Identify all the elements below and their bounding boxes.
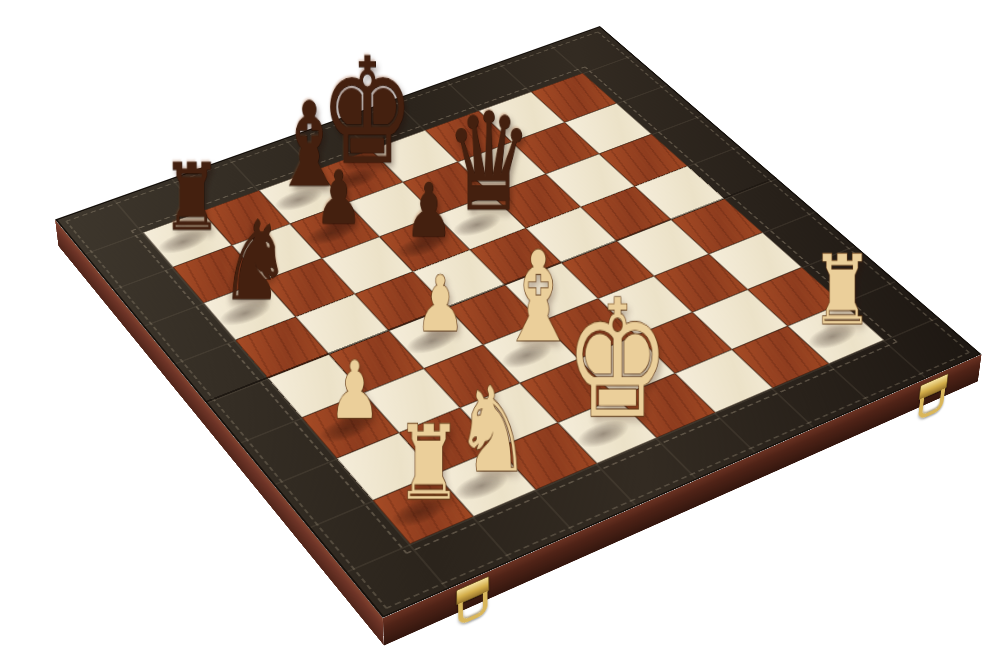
piece-light-king-d1[interactable]: ♚ bbox=[565, 278, 670, 440]
piece-light-rook-h1[interactable]: ♜ bbox=[811, 243, 873, 339]
piece-dark-knight-a6[interactable]: ♞ bbox=[220, 207, 291, 316]
piece-light-pawn-c4[interactable]: ♟ bbox=[415, 266, 465, 343]
chess-board: ♜♝♚♟♞♟♛♟♟♝♜♞♚♜ bbox=[55, 26, 982, 618]
studio-background: ♜♝♚♟♞♟♛♟♟♝♜♞♚♜ bbox=[0, 0, 1000, 664]
piece-light-rook-a1[interactable]: ♜ bbox=[396, 412, 463, 515]
piece-light-pawn-a3[interactable]: ♟ bbox=[329, 351, 380, 431]
piece-light-knight-b1[interactable]: ♞ bbox=[455, 372, 531, 489]
brass-clasp-left bbox=[456, 576, 489, 627]
brass-clasp-right bbox=[916, 373, 949, 421]
